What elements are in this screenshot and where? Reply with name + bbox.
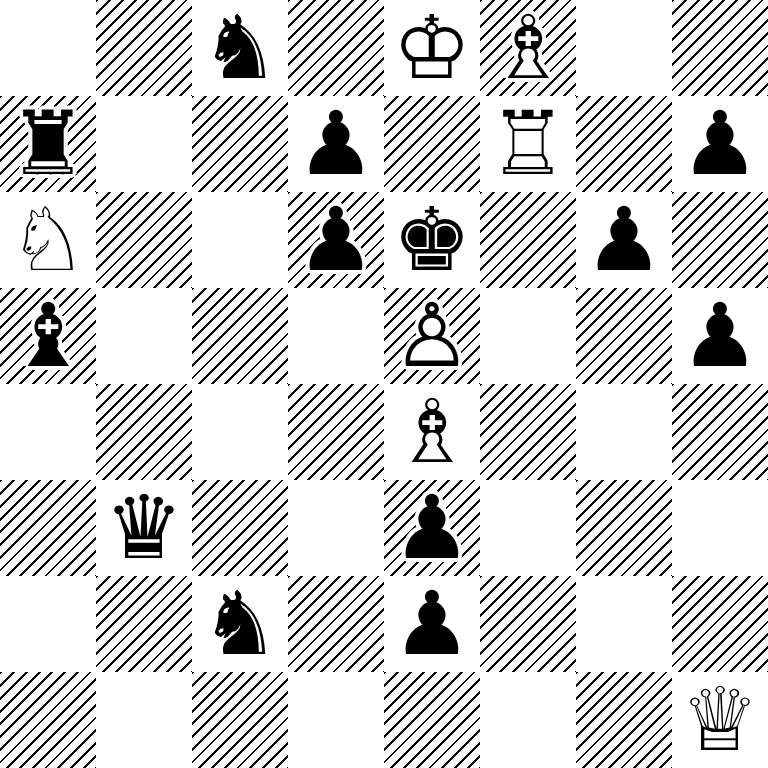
square-h7[interactable]: ♟ — [672, 96, 768, 192]
square-a2[interactable] — [0, 576, 96, 672]
square-c1[interactable] — [192, 672, 288, 768]
white-rook: ♜♖ — [480, 96, 576, 192]
square-e5[interactable]: ♟♙ — [384, 288, 480, 384]
square-f6[interactable] — [480, 192, 576, 288]
piece-outline-layer: ♖ — [480, 96, 576, 192]
square-a8[interactable] — [0, 0, 96, 96]
square-e6[interactable]: ♚ — [384, 192, 480, 288]
square-g2[interactable] — [576, 576, 672, 672]
piece-glyph: ♟ — [384, 576, 480, 672]
square-g8[interactable] — [576, 0, 672, 96]
square-b2[interactable] — [96, 576, 192, 672]
square-g4[interactable] — [576, 384, 672, 480]
piece-outline-layer: ♗ — [384, 384, 480, 480]
square-f8[interactable]: ♝♗ — [480, 0, 576, 96]
square-b8[interactable] — [96, 0, 192, 96]
square-d8[interactable] — [288, 0, 384, 96]
black-queen: ♛ — [96, 480, 192, 576]
square-d2[interactable] — [288, 576, 384, 672]
square-b7[interactable] — [96, 96, 192, 192]
square-g3[interactable] — [576, 480, 672, 576]
piece-outline-layer: ♙ — [384, 288, 480, 384]
square-b1[interactable] — [96, 672, 192, 768]
piece-outline-layer: ♕ — [672, 672, 768, 768]
square-a5[interactable]: ♝ — [0, 288, 96, 384]
white-bishop: ♝♗ — [384, 384, 480, 480]
black-knight: ♞ — [192, 576, 288, 672]
square-e2[interactable]: ♟ — [384, 576, 480, 672]
square-h8[interactable] — [672, 0, 768, 96]
square-g5[interactable] — [576, 288, 672, 384]
square-g1[interactable] — [576, 672, 672, 768]
square-h5[interactable]: ♟ — [672, 288, 768, 384]
black-bishop: ♝ — [0, 288, 96, 384]
piece-glyph: ♟ — [384, 480, 480, 576]
square-a4[interactable] — [0, 384, 96, 480]
piece-glyph: ♚ — [384, 192, 480, 288]
square-f1[interactable] — [480, 672, 576, 768]
square-g7[interactable] — [576, 96, 672, 192]
square-e4[interactable]: ♝♗ — [384, 384, 480, 480]
square-f5[interactable] — [480, 288, 576, 384]
black-pawn: ♟ — [288, 96, 384, 192]
piece-glyph: ♛ — [96, 480, 192, 576]
square-a7[interactable]: ♜ — [0, 96, 96, 192]
square-a1[interactable] — [0, 672, 96, 768]
square-d7[interactable]: ♟ — [288, 96, 384, 192]
square-b5[interactable] — [96, 288, 192, 384]
black-pawn: ♟ — [576, 192, 672, 288]
black-pawn: ♟ — [288, 192, 384, 288]
black-pawn: ♟ — [384, 480, 480, 576]
square-e8[interactable]: ♚♔ — [384, 0, 480, 96]
square-h2[interactable] — [672, 576, 768, 672]
square-b6[interactable] — [96, 192, 192, 288]
square-b3[interactable]: ♛ — [96, 480, 192, 576]
square-e7[interactable] — [384, 96, 480, 192]
black-pawn: ♟ — [672, 96, 768, 192]
white-bishop: ♝♗ — [480, 0, 576, 96]
square-a6[interactable]: ♞♘ — [0, 192, 96, 288]
square-d4[interactable] — [288, 384, 384, 480]
square-d3[interactable] — [288, 480, 384, 576]
square-f4[interactable] — [480, 384, 576, 480]
square-h1[interactable]: ♛♕ — [672, 672, 768, 768]
white-pawn: ♟♙ — [384, 288, 480, 384]
black-knight: ♞ — [192, 0, 288, 96]
piece-outline-layer: ♔ — [384, 0, 480, 96]
square-e3[interactable]: ♟ — [384, 480, 480, 576]
piece-outline-layer: ♘ — [0, 192, 96, 288]
square-c5[interactable] — [192, 288, 288, 384]
piece-glyph: ♜ — [0, 96, 96, 192]
piece-glyph: ♝ — [0, 288, 96, 384]
square-c2[interactable]: ♞ — [192, 576, 288, 672]
white-king: ♚♔ — [384, 0, 480, 96]
piece-glyph: ♟ — [288, 192, 384, 288]
black-pawn: ♟ — [384, 576, 480, 672]
black-king: ♚ — [384, 192, 480, 288]
white-queen: ♛♕ — [672, 672, 768, 768]
square-f7[interactable]: ♜♖ — [480, 96, 576, 192]
square-g6[interactable]: ♟ — [576, 192, 672, 288]
piece-glyph: ♟ — [288, 96, 384, 192]
piece-outline-layer: ♗ — [480, 0, 576, 96]
square-e1[interactable] — [384, 672, 480, 768]
square-d5[interactable] — [288, 288, 384, 384]
chess-board: ♞♚♔♝♗♜♟♜♖♟♞♘♟♚♟♝♟♙♟♝♗♛♟♞♟♛♕ — [0, 0, 768, 768]
square-h3[interactable] — [672, 480, 768, 576]
square-h6[interactable] — [672, 192, 768, 288]
piece-glyph: ♟ — [576, 192, 672, 288]
white-knight: ♞♘ — [0, 192, 96, 288]
square-f2[interactable] — [480, 576, 576, 672]
piece-glyph: ♞ — [192, 0, 288, 96]
piece-glyph: ♟ — [672, 288, 768, 384]
square-d6[interactable]: ♟ — [288, 192, 384, 288]
square-a3[interactable] — [0, 480, 96, 576]
square-h4[interactable] — [672, 384, 768, 480]
square-c3[interactable] — [192, 480, 288, 576]
square-c6[interactable] — [192, 192, 288, 288]
square-b4[interactable] — [96, 384, 192, 480]
piece-glyph: ♟ — [672, 96, 768, 192]
black-pawn: ♟ — [672, 288, 768, 384]
square-c4[interactable] — [192, 384, 288, 480]
square-c7[interactable] — [192, 96, 288, 192]
square-f3[interactable] — [480, 480, 576, 576]
piece-glyph: ♞ — [192, 576, 288, 672]
square-d1[interactable] — [288, 672, 384, 768]
square-c8[interactable]: ♞ — [192, 0, 288, 96]
black-rook: ♜ — [0, 96, 96, 192]
